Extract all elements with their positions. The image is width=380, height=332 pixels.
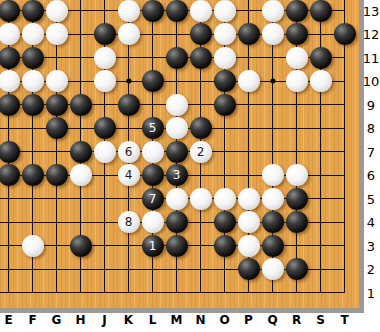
column-label-O: O (213, 313, 237, 327)
stone-black-L3: 1 (142, 235, 164, 257)
row-label-7: 7 (361, 144, 380, 159)
column-label-Q: Q (261, 313, 285, 327)
stone-white-P10 (238, 70, 260, 92)
stone-black-P2 (238, 258, 260, 280)
stone-white-K7: 6 (118, 141, 140, 163)
stone-black-S11 (310, 47, 332, 69)
row-label-9: 9 (361, 97, 380, 112)
stone-white-K12 (118, 23, 140, 45)
move-number-6: 6 (125, 146, 133, 158)
stone-black-H7 (70, 141, 92, 163)
column-label-J: J (93, 313, 117, 327)
stone-black-M11 (166, 47, 188, 69)
stone-black-S13 (310, 0, 332, 22)
stone-white-M5 (166, 188, 188, 210)
stone-black-O4 (214, 211, 236, 233)
stone-white-J11 (94, 47, 116, 69)
stone-black-R2 (286, 258, 308, 280)
stone-black-O10 (214, 70, 236, 92)
stone-black-L8: 5 (142, 117, 164, 139)
move-number-2: 2 (197, 146, 205, 158)
stone-black-L6 (142, 164, 164, 186)
row-label-1: 1 (361, 285, 380, 300)
stone-white-F10 (22, 70, 44, 92)
stone-white-Q5 (262, 188, 284, 210)
stone-black-T12 (334, 23, 356, 45)
stone-white-O12 (214, 23, 236, 45)
stone-white-O5 (214, 188, 236, 210)
row-label-6: 6 (361, 168, 380, 183)
stone-white-N7: 2 (190, 141, 212, 163)
star-point-Q10 (270, 79, 275, 84)
stone-black-O9 (214, 94, 236, 116)
stone-black-F13 (22, 0, 44, 22)
row-label-2: 2 (361, 262, 380, 277)
stone-black-M4 (166, 211, 188, 233)
column-label-H: H (69, 313, 93, 327)
move-number-4: 4 (125, 169, 133, 181)
stone-black-F6 (22, 164, 44, 186)
stone-black-N11 (190, 47, 212, 69)
stone-black-L13 (142, 0, 164, 22)
stone-black-J8 (94, 117, 116, 139)
row-label-10: 10 (361, 74, 380, 89)
column-label-R: R (285, 313, 309, 327)
column-label-S: S (309, 313, 333, 327)
stone-black-R13 (286, 0, 308, 22)
grid-line-row-1 (0, 292, 345, 293)
stone-black-J12 (94, 23, 116, 45)
row-label-3: 3 (361, 238, 380, 253)
row-label-5: 5 (361, 191, 380, 206)
stone-black-G8 (46, 117, 68, 139)
stone-white-L4 (142, 211, 164, 233)
column-label-K: K (117, 313, 141, 327)
move-number-3: 3 (173, 169, 181, 181)
stone-white-J10 (94, 70, 116, 92)
stone-black-M7 (166, 141, 188, 163)
column-label-N: N (189, 313, 213, 327)
stone-black-G6 (46, 164, 68, 186)
row-label-13: 13 (361, 3, 380, 18)
stone-white-G13 (46, 0, 68, 22)
stone-white-F12 (22, 23, 44, 45)
stone-black-R5 (286, 188, 308, 210)
stone-white-Q2 (262, 258, 284, 280)
stone-black-H3 (70, 235, 92, 257)
move-number-1: 1 (149, 240, 157, 252)
stone-black-K9 (118, 94, 140, 116)
stone-black-R4 (286, 211, 308, 233)
stone-white-S10 (310, 70, 332, 92)
stone-white-H6 (70, 164, 92, 186)
row-label-11: 11 (361, 50, 380, 65)
stone-black-P12 (238, 23, 260, 45)
row-label-8: 8 (361, 121, 380, 136)
stone-white-K6: 4 (118, 164, 140, 186)
stone-white-K4: 8 (118, 211, 140, 233)
stone-black-Q3 (262, 235, 284, 257)
row-label-4: 4 (361, 215, 380, 230)
move-number-5: 5 (149, 122, 157, 134)
stone-black-O3 (214, 235, 236, 257)
stone-white-O11 (214, 47, 236, 69)
stone-white-Q6 (262, 164, 284, 186)
column-label-L: L (141, 313, 165, 327)
stone-black-M13 (166, 0, 188, 22)
column-label-E: E (0, 313, 21, 327)
stone-white-M9 (166, 94, 188, 116)
column-label-P: P (237, 313, 261, 327)
stone-black-G9 (46, 94, 68, 116)
stone-black-F11 (22, 47, 44, 69)
stone-black-R12 (286, 23, 308, 45)
stone-white-K13 (118, 0, 140, 22)
column-label-M: M (165, 313, 189, 327)
stone-black-L5: 7 (142, 188, 164, 210)
stone-white-R6 (286, 164, 308, 186)
stone-white-G12 (46, 23, 68, 45)
stone-white-N5 (190, 188, 212, 210)
stone-black-M3 (166, 235, 188, 257)
column-label-T: T (333, 313, 357, 327)
stone-white-G10 (46, 70, 68, 92)
stone-black-H9 (70, 94, 92, 116)
stone-white-Q12 (262, 23, 284, 45)
stone-black-N12 (190, 23, 212, 45)
stone-black-F9 (22, 94, 44, 116)
stone-white-L7 (142, 141, 164, 163)
stone-white-M8 (166, 117, 188, 139)
stone-white-P5 (238, 188, 260, 210)
stone-black-M6: 3 (166, 164, 188, 186)
stone-white-P3 (238, 235, 260, 257)
move-number-7: 7 (149, 193, 157, 205)
stone-black-N8 (190, 117, 212, 139)
column-label-F: F (21, 313, 45, 327)
stone-white-R10 (286, 70, 308, 92)
row-label-12: 12 (361, 27, 380, 42)
grid-line-col-S (320, 0, 321, 293)
go-board: 56243781 EFGHJKLMNOPQRST 131211109876543… (0, 0, 380, 332)
stone-black-Q4 (262, 211, 284, 233)
stone-white-F3 (22, 235, 44, 257)
move-number-8: 8 (125, 216, 133, 228)
stone-white-J7 (94, 141, 116, 163)
stone-white-R11 (286, 47, 308, 69)
stone-white-P4 (238, 211, 260, 233)
column-label-G: G (45, 313, 69, 327)
star-point-K10 (126, 79, 131, 84)
stone-white-N13 (190, 0, 212, 22)
stone-white-O13 (214, 0, 236, 22)
stone-black-L10 (142, 70, 164, 92)
stone-white-Q13 (262, 0, 284, 22)
